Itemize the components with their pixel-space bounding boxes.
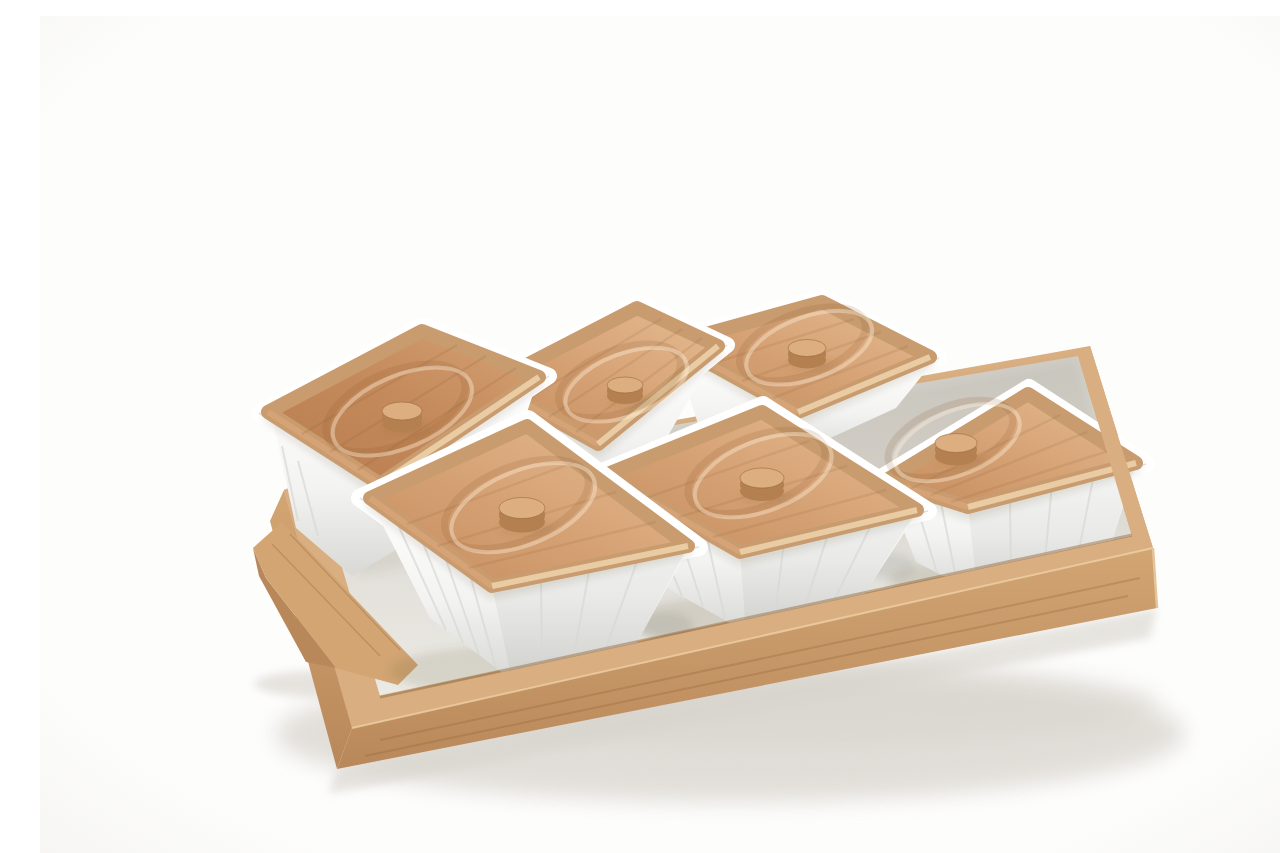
product-photo-stage: Six white porcelain condiment boxes with…	[40, 16, 1280, 853]
scene-svg	[40, 16, 1280, 853]
